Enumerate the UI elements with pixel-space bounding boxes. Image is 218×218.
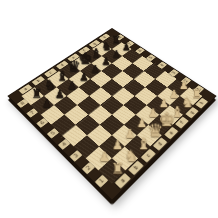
piece-black-pawn-a7: ♟ [39,98,56,109]
chess-board: abcdefgh8♜♞♝♛♚♝♞♜87♟♟♟♟♟♟♟♟7665544332♟♟♟… [7,28,216,201]
coordinate-label: 7 [26,108,38,118]
board-frame: abcdefgh8♜♞♝♛♚♝♞♜87♟♟♟♟♟♟♟♟7665544332♟♟♟… [7,28,216,201]
piece-white-rook-a1: ♜ [108,162,127,177]
coordinate-label: 4 [157,61,167,69]
product-photo: abcdefgh8♜♞♝♛♚♝♞♜87♟♟♟♟♟♟♟♟7665544332♟♟♟… [0,0,218,218]
frame-edge: 4 [153,59,170,71]
board-grid: abcdefgh8♜♞♝♛♚♝♞♜87♟♟♟♟♟♟♟♟7665544332♟♟♟… [9,29,215,199]
